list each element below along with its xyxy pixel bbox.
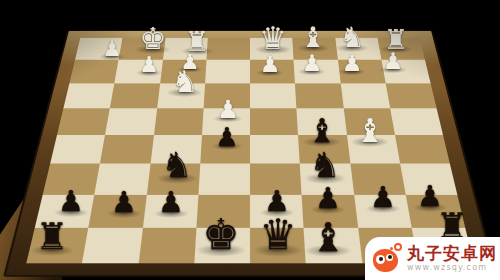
square-c3[interactable] bbox=[295, 83, 343, 108]
square-f8[interactable] bbox=[138, 228, 196, 264]
square-a5[interactable] bbox=[395, 135, 450, 164]
piece-white-B-b5[interactable]: ♝ bbox=[355, 114, 385, 147]
piece-white-N-b1[interactable]: ♞ bbox=[339, 24, 364, 52]
piece-black-B-c8[interactable]: ♝ bbox=[310, 217, 346, 257]
piece-white-P-e4[interactable]: ♟ bbox=[217, 97, 239, 122]
square-d3[interactable] bbox=[250, 83, 297, 108]
piece-white-P-d2[interactable]: ♟ bbox=[260, 53, 281, 76]
board-grid bbox=[26, 38, 474, 264]
piece-white-P-g2[interactable]: ♟ bbox=[139, 54, 159, 76]
square-a3[interactable] bbox=[385, 83, 436, 108]
piece-black-R-h8[interactable]: ♜ bbox=[35, 218, 68, 255]
piece-black-P-f7[interactable]: ♟ bbox=[158, 188, 184, 217]
piece-white-B-c1[interactable]: ♝ bbox=[300, 24, 325, 52]
watermark-badge: 丸子安卓网 www.wzsqy.com bbox=[365, 237, 500, 280]
piece-black-P-g7[interactable]: ♟ bbox=[111, 188, 137, 217]
square-g4[interactable] bbox=[105, 108, 156, 135]
piece-black-K-e8[interactable]: ♚ bbox=[202, 214, 240, 256]
piece-white-Q-d1[interactable]: ♛ bbox=[259, 23, 287, 54]
piece-black-P-h7[interactable]: ♟ bbox=[58, 187, 84, 216]
mascot-dot bbox=[390, 247, 393, 250]
piece-white-K-g1[interactable]: ♚ bbox=[140, 24, 167, 54]
square-d4[interactable] bbox=[250, 108, 298, 135]
piece-black-P-b7[interactable]: ♟ bbox=[370, 183, 396, 212]
square-g3[interactable] bbox=[110, 83, 160, 108]
piece-black-N-f6[interactable]: ♞ bbox=[161, 148, 192, 183]
piece-white-P-c2[interactable]: ♟ bbox=[302, 52, 323, 75]
watermark-url: www.wzsqy.com bbox=[407, 264, 497, 272]
watermark-site-name: 丸子安卓网 bbox=[407, 245, 497, 262]
mascot-eye-right bbox=[386, 254, 393, 261]
square-e1[interactable] bbox=[206, 38, 250, 60]
piece-white-N-f3[interactable]: ♞ bbox=[172, 67, 199, 97]
mascot-icon bbox=[373, 243, 403, 275]
square-b3[interactable] bbox=[340, 83, 390, 108]
chess-app-screen: ♚♜♛♝♞♜♟♟♟♟♟♟♟♞♟♝♟♝♞♞♟♟♟♟♟♟♟♜♚♛♝♜ 丸子安卓网 w… bbox=[0, 0, 500, 280]
piece-black-P-e5[interactable]: ♟ bbox=[215, 124, 238, 150]
square-h3[interactable] bbox=[63, 83, 114, 108]
square-e2[interactable] bbox=[205, 60, 250, 83]
piece-black-P-c7[interactable]: ♟ bbox=[315, 184, 341, 213]
square-h2[interactable] bbox=[69, 60, 118, 83]
square-a4[interactable] bbox=[390, 108, 443, 135]
piece-white-P-h2[interactable]: ♟ bbox=[102, 38, 122, 60]
square-h5[interactable] bbox=[50, 135, 105, 164]
piece-white-P-b2[interactable]: ♟ bbox=[342, 52, 363, 75]
piece-black-N-c6[interactable]: ♞ bbox=[309, 148, 340, 183]
mascot-bubble bbox=[394, 243, 402, 251]
piece-black-Q-d8[interactable]: ♛ bbox=[259, 214, 297, 256]
mascot-eye-left bbox=[376, 255, 385, 264]
square-e6[interactable] bbox=[198, 164, 250, 195]
piece-black-B-c5[interactable]: ♝ bbox=[307, 114, 337, 147]
square-g8[interactable] bbox=[82, 228, 142, 264]
square-d5[interactable] bbox=[250, 135, 300, 164]
square-g5[interactable] bbox=[100, 135, 153, 164]
square-h4[interactable] bbox=[57, 108, 110, 135]
square-f4[interactable] bbox=[154, 108, 204, 135]
piece-white-P-a2[interactable]: ♟ bbox=[383, 50, 404, 73]
